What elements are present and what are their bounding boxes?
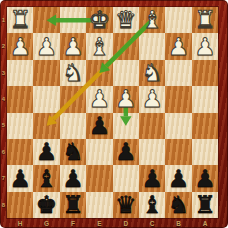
piece-white-knight-c3[interactable]: ♞ — [139, 60, 165, 86]
file-label-e: E — [86, 220, 112, 228]
square-g4[interactable] — [33, 86, 59, 112]
square-e3[interactable] — [86, 60, 112, 86]
rank-label-3: 3 — [0, 70, 7, 77]
rank-label-2: 2 — [0, 43, 7, 50]
rank-label-6: 6 — [0, 149, 7, 156]
square-g5[interactable] — [33, 113, 59, 139]
piece-white-pawn-f2[interactable]: ♟ — [60, 33, 86, 59]
chess-app: ♜♝♛♚♜♟♟♝♟♟♟♞♞♟♟♟♟♟♞♟♟♟♟♟♝♟♜♞♝♛♜♚ 1234567… — [0, 0, 228, 228]
rank-label-5: 5 — [0, 122, 7, 129]
square-c2[interactable] — [139, 33, 165, 59]
piece-white-pawn-d4[interactable]: ♟ — [113, 86, 139, 112]
file-label-a: A — [192, 220, 218, 228]
piece-white-pawn-c4[interactable]: ♟ — [139, 86, 165, 112]
square-b3[interactable] — [165, 60, 191, 86]
file-label-d: D — [113, 220, 139, 228]
piece-black-pawn-c7[interactable]: ♟ — [139, 165, 165, 191]
piece-white-pawn-a2[interactable]: ♟ — [192, 33, 218, 59]
piece-white-queen-d1[interactable]: ♛ — [113, 7, 139, 33]
square-d7[interactable] — [113, 165, 139, 191]
board-frame: ♜♝♛♚♜♟♟♝♟♟♟♞♞♟♟♟♟♟♞♟♟♟♟♟♝♟♜♞♝♛♜♚ 1234567… — [0, 0, 228, 228]
square-c6[interactable] — [139, 139, 165, 165]
square-f5[interactable] — [60, 113, 86, 139]
file-label-g: G — [33, 220, 59, 228]
file-label-c: C — [139, 220, 165, 228]
square-b5[interactable] — [165, 113, 191, 139]
square-f1[interactable] — [60, 7, 86, 33]
rank-label-8: 8 — [0, 202, 7, 209]
file-label-h: H — [7, 220, 33, 228]
file-label-b: B — [165, 220, 191, 228]
rank-label-4: 4 — [0, 96, 7, 103]
piece-black-pawn-b7[interactable]: ♟ — [165, 165, 191, 191]
piece-black-pawn-g6[interactable]: ♟ — [33, 139, 59, 165]
piece-black-queen-d8[interactable]: ♛ — [113, 192, 139, 218]
square-a5[interactable] — [192, 113, 218, 139]
square-h6[interactable] — [7, 139, 33, 165]
piece-black-bishop-g7[interactable]: ♝ — [33, 165, 59, 191]
square-d2[interactable] — [113, 33, 139, 59]
square-h4[interactable] — [7, 86, 33, 112]
piece-white-pawn-b2[interactable]: ♟ — [165, 33, 191, 59]
piece-black-rook-f8[interactable]: ♜ — [60, 192, 86, 218]
piece-white-knight-f3[interactable]: ♞ — [60, 60, 86, 86]
piece-white-bishop-e2[interactable]: ♝ — [86, 33, 112, 59]
square-a4[interactable] — [192, 86, 218, 112]
piece-black-knight-b8[interactable]: ♞ — [165, 192, 191, 218]
piece-black-pawn-d6[interactable]: ♟ — [113, 139, 139, 165]
piece-black-pawn-f7[interactable]: ♟ — [60, 165, 86, 191]
piece-white-rook-h1[interactable]: ♜ — [7, 7, 33, 33]
square-g1[interactable] — [33, 7, 59, 33]
piece-white-bishop-c1[interactable]: ♝ — [139, 7, 165, 33]
square-b4[interactable] — [165, 86, 191, 112]
square-e6[interactable] — [86, 139, 112, 165]
square-d3[interactable] — [113, 60, 139, 86]
square-f4[interactable] — [60, 86, 86, 112]
square-b1[interactable] — [165, 7, 191, 33]
square-c5[interactable] — [139, 113, 165, 139]
square-a6[interactable] — [192, 139, 218, 165]
piece-white-pawn-h2[interactable]: ♟ — [7, 33, 33, 59]
piece-white-pawn-g2[interactable]: ♟ — [33, 33, 59, 59]
piece-black-rook-a8[interactable]: ♜ — [192, 192, 218, 218]
piece-black-pawn-e5[interactable]: ♟ — [86, 113, 112, 139]
piece-white-rook-a1[interactable]: ♜ — [192, 7, 218, 33]
square-e7[interactable] — [86, 165, 112, 191]
piece-black-pawn-h7[interactable]: ♟ — [7, 165, 33, 191]
square-b6[interactable] — [165, 139, 191, 165]
piece-white-king-e1[interactable]: ♚ — [86, 7, 112, 33]
square-a3[interactable] — [192, 60, 218, 86]
square-h8[interactable] — [7, 192, 33, 218]
piece-black-king-g8[interactable]: ♚ — [33, 192, 59, 218]
piece-black-knight-f6[interactable]: ♞ — [60, 139, 86, 165]
piece-black-pawn-a7[interactable]: ♟ — [192, 165, 218, 191]
file-label-f: F — [60, 220, 86, 228]
square-d5[interactable] — [113, 113, 139, 139]
rank-label-7: 7 — [0, 175, 7, 182]
piece-white-pawn-e4[interactable]: ♟ — [86, 86, 112, 112]
piece-black-bishop-c8[interactable]: ♝ — [139, 192, 165, 218]
square-h3[interactable] — [7, 60, 33, 86]
square-g3[interactable] — [33, 60, 59, 86]
rank-label-1: 1 — [0, 17, 7, 24]
square-h5[interactable] — [7, 113, 33, 139]
square-e8[interactable] — [86, 192, 112, 218]
